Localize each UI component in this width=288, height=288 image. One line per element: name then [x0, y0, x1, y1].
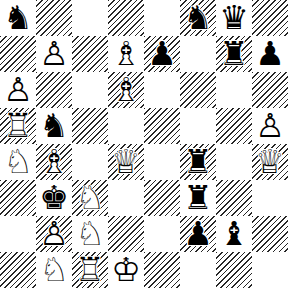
black-rook-icon: ♜	[180, 144, 216, 180]
square-f7[interactable]	[180, 36, 216, 72]
white-pawn-piece: ♟♙	[0, 72, 36, 108]
square-b7[interactable]: ♟♙	[36, 36, 72, 72]
square-h8[interactable]	[252, 0, 288, 36]
black-queen-icon: ♛	[216, 0, 252, 36]
black-king-icon: ♚	[36, 180, 72, 216]
white-knight-piece: ♞♘	[36, 252, 72, 288]
black-knight-icon: ♞	[0, 0, 36, 36]
square-d5[interactable]	[108, 108, 144, 144]
white-rook-piece: ♜♖	[0, 108, 36, 144]
square-e6[interactable]	[144, 72, 180, 108]
white-bishop-icon: ♗	[36, 144, 72, 180]
white-pawn-icon: ♙	[0, 72, 36, 108]
square-b3[interactable]: ♚♚	[36, 180, 72, 216]
white-knight-icon: ♘	[72, 216, 108, 252]
square-e1[interactable]	[144, 252, 180, 288]
white-queen-icon: ♕	[108, 144, 144, 180]
square-h5[interactable]: ♟♙	[252, 108, 288, 144]
square-b1[interactable]: ♞♘	[36, 252, 72, 288]
square-f5[interactable]	[180, 108, 216, 144]
white-knight-piece: ♞♘	[72, 216, 108, 252]
black-knight-icon: ♞	[180, 0, 216, 36]
black-pawn-piece: ♟♟	[180, 216, 216, 252]
square-c5[interactable]	[72, 108, 108, 144]
square-d4[interactable]: ♛♕	[108, 144, 144, 180]
square-a7[interactable]	[0, 36, 36, 72]
white-bishop-icon: ♗	[108, 72, 144, 108]
square-e7[interactable]: ♟♟	[144, 36, 180, 72]
square-c2[interactable]: ♞♘	[72, 216, 108, 252]
square-d2[interactable]	[108, 216, 144, 252]
square-g8[interactable]: ♛♛	[216, 0, 252, 36]
black-pawn-icon: ♟	[144, 36, 180, 72]
square-h1[interactable]	[252, 252, 288, 288]
white-knight-piece: ♞♘	[72, 180, 108, 216]
white-knight-piece: ♞♘	[0, 144, 36, 180]
black-pawn-icon: ♟	[252, 36, 288, 72]
square-g3[interactable]	[216, 180, 252, 216]
chessboard: ♞♞♞♞♛♛♟♙♝♗♟♟♜♜♟♟♟♙♝♗♜♖♞♞♟♙♞♘♝♗♛♕♜♜♛♕♚♚♞♘…	[0, 0, 288, 288]
black-bishop-icon: ♝	[216, 216, 252, 252]
black-pawn-piece: ♟♟	[144, 36, 180, 72]
black-queen-piece: ♛♛	[216, 0, 252, 36]
square-e2[interactable]	[144, 216, 180, 252]
square-e5[interactable]	[144, 108, 180, 144]
square-d6[interactable]: ♝♗	[108, 72, 144, 108]
square-b5[interactable]: ♞♞	[36, 108, 72, 144]
white-pawn-piece: ♟♙	[36, 36, 72, 72]
white-pawn-icon: ♙	[252, 108, 288, 144]
black-king-piece: ♚♚	[36, 180, 72, 216]
white-queen-piece: ♛♕	[252, 144, 288, 180]
white-knight-icon: ♘	[0, 144, 36, 180]
square-b8[interactable]	[36, 0, 72, 36]
white-bishop-piece: ♝♗	[108, 36, 144, 72]
black-knight-piece: ♞♞	[180, 0, 216, 36]
white-king-icon: ♔	[108, 252, 144, 288]
black-rook-piece: ♜♜	[216, 36, 252, 72]
square-e8[interactable]	[144, 0, 180, 36]
square-a5[interactable]: ♜♖	[0, 108, 36, 144]
square-c6[interactable]	[72, 72, 108, 108]
black-knight-piece: ♞♞	[36, 108, 72, 144]
black-rook-piece: ♜♜	[180, 144, 216, 180]
square-a2[interactable]	[0, 216, 36, 252]
square-b2[interactable]: ♟♙	[36, 216, 72, 252]
black-rook-icon: ♜	[180, 180, 216, 216]
black-knight-icon: ♞	[36, 108, 72, 144]
black-knight-piece: ♞♞	[0, 0, 36, 36]
square-f1[interactable]	[180, 252, 216, 288]
square-b6[interactable]	[36, 72, 72, 108]
square-d8[interactable]	[108, 0, 144, 36]
square-g1[interactable]	[216, 252, 252, 288]
white-rook-piece: ♜♖	[72, 252, 108, 288]
white-queen-piece: ♛♕	[108, 144, 144, 180]
square-e4[interactable]	[144, 144, 180, 180]
square-g2[interactable]: ♝♝	[216, 216, 252, 252]
white-king-piece: ♚♔	[108, 252, 144, 288]
square-a1[interactable]	[0, 252, 36, 288]
white-rook-icon: ♖	[72, 252, 108, 288]
white-queen-icon: ♕	[252, 144, 288, 180]
black-rook-icon: ♜	[216, 36, 252, 72]
square-f6[interactable]	[180, 72, 216, 108]
white-knight-icon: ♘	[36, 252, 72, 288]
square-f8[interactable]: ♞♞	[180, 0, 216, 36]
square-f2[interactable]: ♟♟	[180, 216, 216, 252]
square-g7[interactable]: ♜♜	[216, 36, 252, 72]
square-c7[interactable]	[72, 36, 108, 72]
square-c3[interactable]: ♞♘	[72, 180, 108, 216]
square-c4[interactable]	[72, 144, 108, 180]
square-a4[interactable]: ♞♘	[0, 144, 36, 180]
square-g6[interactable]	[216, 72, 252, 108]
white-rook-icon: ♖	[0, 108, 36, 144]
black-bishop-piece: ♝♝	[216, 216, 252, 252]
square-h2[interactable]	[252, 216, 288, 252]
white-bishop-piece: ♝♗	[108, 72, 144, 108]
square-e3[interactable]	[144, 180, 180, 216]
white-knight-icon: ♘	[72, 180, 108, 216]
square-h6[interactable]	[252, 72, 288, 108]
white-bishop-piece: ♝♗	[36, 144, 72, 180]
square-f3[interactable]: ♜♜	[180, 180, 216, 216]
square-a8[interactable]: ♞♞	[0, 0, 36, 36]
black-rook-piece: ♜♜	[180, 180, 216, 216]
square-d7[interactable]: ♝♗	[108, 36, 144, 72]
white-pawn-piece: ♟♙	[36, 216, 72, 252]
square-h4[interactable]: ♛♕	[252, 144, 288, 180]
square-g4[interactable]	[216, 144, 252, 180]
black-pawn-piece: ♟♟	[252, 36, 288, 72]
square-c8[interactable]	[72, 0, 108, 36]
white-pawn-piece: ♟♙	[252, 108, 288, 144]
square-h3[interactable]	[252, 180, 288, 216]
square-b4[interactable]: ♝♗	[36, 144, 72, 180]
square-g5[interactable]	[216, 108, 252, 144]
white-pawn-icon: ♙	[36, 216, 72, 252]
square-a6[interactable]: ♟♙	[0, 72, 36, 108]
square-d1[interactable]: ♚♔	[108, 252, 144, 288]
square-d3[interactable]	[108, 180, 144, 216]
black-pawn-icon: ♟	[180, 216, 216, 252]
square-c1[interactable]: ♜♖	[72, 252, 108, 288]
white-bishop-icon: ♗	[108, 36, 144, 72]
square-f4[interactable]: ♜♜	[180, 144, 216, 180]
square-h7[interactable]: ♟♟	[252, 36, 288, 72]
white-pawn-icon: ♙	[36, 36, 72, 72]
square-a3[interactable]	[0, 180, 36, 216]
